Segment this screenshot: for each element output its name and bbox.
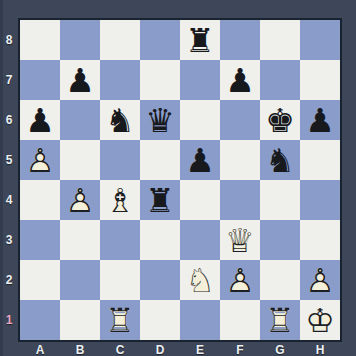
square-b7[interactable]: ♟ (60, 60, 100, 100)
square-a7[interactable] (20, 60, 60, 100)
white-pawn-fill: ♟ (60, 180, 100, 220)
square-f1[interactable] (220, 300, 260, 340)
square-c6[interactable]: ♞ (100, 100, 140, 140)
white-bishop-fill: ♝ (100, 180, 140, 220)
white-pawn-fill: ♟ (300, 260, 340, 300)
square-c8[interactable] (100, 20, 140, 60)
file-label-a: A (20, 343, 60, 356)
square-h2[interactable]: ♟♙ (300, 260, 340, 300)
board-grid: ♜♟♟♟♞♛♚♟♟♙♟♞♟♙♝♗♜♛♕♞♘♟♙♟♙♜♖♜♖♚♔ (20, 20, 340, 340)
black-pawn: ♟ (180, 140, 220, 180)
square-f4[interactable] (220, 180, 260, 220)
square-c2[interactable] (100, 260, 140, 300)
white-king: ♔ (300, 300, 340, 340)
square-b5[interactable] (60, 140, 100, 180)
rank-label-7: 7 (0, 60, 18, 100)
square-h3[interactable] (300, 220, 340, 260)
square-b2[interactable] (60, 260, 100, 300)
square-f5[interactable] (220, 140, 260, 180)
square-d2[interactable] (140, 260, 180, 300)
square-h7[interactable] (300, 60, 340, 100)
square-h5[interactable] (300, 140, 340, 180)
black-queen: ♛ (140, 100, 180, 140)
square-g2[interactable] (260, 260, 300, 300)
square-b4[interactable]: ♟♙ (60, 180, 100, 220)
square-h8[interactable] (300, 20, 340, 60)
white-rook-fill: ♜ (100, 300, 140, 340)
file-label-g: G (260, 343, 300, 356)
black-knight: ♞ (100, 100, 140, 140)
black-rook: ♜ (180, 20, 220, 60)
square-c1[interactable]: ♜♖ (100, 300, 140, 340)
square-g8[interactable] (260, 20, 300, 60)
square-e7[interactable] (180, 60, 220, 100)
square-d8[interactable] (140, 20, 180, 60)
square-f7[interactable]: ♟ (220, 60, 260, 100)
white-rook: ♖ (100, 300, 140, 340)
white-king-fill: ♚ (300, 300, 340, 340)
white-rook: ♖ (260, 300, 300, 340)
square-e4[interactable] (180, 180, 220, 220)
black-pawn: ♟ (300, 100, 340, 140)
white-knight-fill: ♞ (180, 260, 220, 300)
file-label-h: H (300, 343, 340, 356)
square-d5[interactable] (140, 140, 180, 180)
black-king: ♚ (260, 100, 300, 140)
file-label-b: B (60, 343, 100, 356)
white-pawn: ♙ (60, 180, 100, 220)
square-h1[interactable]: ♚♔ (300, 300, 340, 340)
square-f3[interactable]: ♛♕ (220, 220, 260, 260)
square-h6[interactable]: ♟ (300, 100, 340, 140)
square-f2[interactable]: ♟♙ (220, 260, 260, 300)
white-pawn: ♙ (300, 260, 340, 300)
square-a6[interactable]: ♟ (20, 100, 60, 140)
square-g7[interactable] (260, 60, 300, 100)
square-g4[interactable] (260, 180, 300, 220)
square-a5[interactable]: ♟♙ (20, 140, 60, 180)
white-bishop: ♗ (100, 180, 140, 220)
square-a3[interactable] (20, 220, 60, 260)
square-e8[interactable]: ♜ (180, 20, 220, 60)
square-e1[interactable] (180, 300, 220, 340)
black-pawn: ♟ (20, 100, 60, 140)
white-pawn: ♙ (20, 140, 60, 180)
square-e3[interactable] (180, 220, 220, 260)
file-labels: ABCDEFGH (20, 343, 340, 356)
square-c4[interactable]: ♝♗ (100, 180, 140, 220)
square-d3[interactable] (140, 220, 180, 260)
file-label-f: F (220, 343, 260, 356)
white-pawn-fill: ♟ (20, 140, 60, 180)
rank-label-8: 8 (0, 20, 18, 60)
rank-labels: 87654321 (0, 20, 18, 340)
square-f6[interactable] (220, 100, 260, 140)
black-rook: ♜ (140, 180, 180, 220)
white-queen-fill: ♛ (220, 220, 260, 260)
square-g1[interactable]: ♜♖ (260, 300, 300, 340)
square-c3[interactable] (100, 220, 140, 260)
file-label-c: C (100, 343, 140, 356)
square-b3[interactable] (60, 220, 100, 260)
square-f8[interactable] (220, 20, 260, 60)
black-pawn: ♟ (220, 60, 260, 100)
chessboard-diagram: 87654321 ♜♟♟♟♞♛♚♟♟♙♟♞♟♙♝♗♜♛♕♞♘♟♙♟♙♜♖♜♖♚♔… (0, 0, 356, 356)
white-rook-fill: ♜ (260, 300, 300, 340)
white-pawn-fill: ♟ (220, 260, 260, 300)
square-b6[interactable] (60, 100, 100, 140)
square-e2[interactable]: ♞♘ (180, 260, 220, 300)
square-a4[interactable] (20, 180, 60, 220)
square-g6[interactable]: ♚ (260, 100, 300, 140)
square-d1[interactable] (140, 300, 180, 340)
square-h4[interactable] (300, 180, 340, 220)
rank-label-4: 4 (0, 180, 18, 220)
rank-label-3: 3 (0, 220, 18, 260)
square-d7[interactable] (140, 60, 180, 100)
white-pawn: ♙ (220, 260, 260, 300)
square-a8[interactable] (20, 20, 60, 60)
black-knight: ♞ (260, 140, 300, 180)
square-e5[interactable]: ♟ (180, 140, 220, 180)
square-c5[interactable] (100, 140, 140, 180)
black-pawn: ♟ (60, 60, 100, 100)
square-g5[interactable]: ♞ (260, 140, 300, 180)
square-d6[interactable]: ♛ (140, 100, 180, 140)
square-b1[interactable] (60, 300, 100, 340)
square-b8[interactable] (60, 20, 100, 60)
rank-label-2: 2 (0, 260, 18, 300)
rank-label-5: 5 (0, 140, 18, 180)
rank-label-6: 6 (0, 100, 18, 140)
file-label-d: D (140, 343, 180, 356)
file-label-e: E (180, 343, 220, 356)
square-d4[interactable]: ♜ (140, 180, 180, 220)
square-c7[interactable] (100, 60, 140, 100)
white-queen: ♕ (220, 220, 260, 260)
board-frame: ♜♟♟♟♞♛♚♟♟♙♟♞♟♙♝♗♜♛♕♞♘♟♙♟♙♜♖♜♖♚♔ (18, 18, 342, 342)
white-knight: ♘ (180, 260, 220, 300)
square-e6[interactable] (180, 100, 220, 140)
square-a2[interactable] (20, 260, 60, 300)
square-a1[interactable] (20, 300, 60, 340)
square-g3[interactable] (260, 220, 300, 260)
rank-label-1: 1 (0, 300, 18, 340)
